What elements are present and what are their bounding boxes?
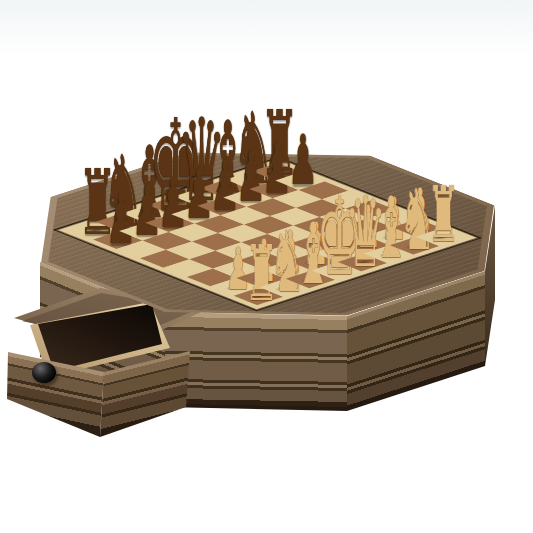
piece-white-rook-h1[interactable]: ♜ <box>413 236 473 238</box>
white-backdrop <box>0 0 533 55</box>
product-photo-stage: ♜♞♝♚♛♝♞♜♟♟♟♟♟♟♟♟♟♟♟♟♟♟♟♟♜♞♝♚♛♝♞♜ <box>0 0 533 533</box>
drawer-knob[interactable] <box>32 362 56 383</box>
rook-glyph: ♜ <box>427 175 460 252</box>
